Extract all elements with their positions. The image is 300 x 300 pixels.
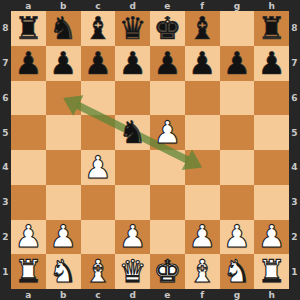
square-a1[interactable]: ♜ bbox=[11, 254, 46, 289]
square-b1[interactable]: ♞ bbox=[46, 254, 81, 289]
white-pawn-a2[interactable]: ♟ bbox=[14, 221, 42, 252]
square-b2[interactable]: ♟ bbox=[46, 220, 81, 255]
square-a5[interactable] bbox=[11, 115, 46, 150]
square-f5[interactable] bbox=[185, 115, 220, 150]
square-h8[interactable]: ♜ bbox=[254, 11, 289, 46]
black-rook-a8[interactable]: ♜ bbox=[14, 13, 42, 44]
rank-label-right-1: 1 bbox=[289, 254, 300, 289]
square-d8[interactable]: ♛ bbox=[115, 11, 150, 46]
square-b3[interactable] bbox=[46, 185, 81, 220]
square-e7[interactable]: ♟ bbox=[150, 46, 185, 81]
file-label-bottom-d: d bbox=[115, 289, 150, 300]
square-g8[interactable] bbox=[220, 11, 255, 46]
file-label-bottom-c: c bbox=[81, 289, 116, 300]
file-label-bottom-e: e bbox=[150, 289, 185, 300]
square-c1[interactable]: ♝ bbox=[81, 254, 116, 289]
rank-label-left-3: 3 bbox=[0, 185, 11, 220]
square-h1[interactable]: ♜ bbox=[254, 254, 289, 289]
square-g3[interactable] bbox=[220, 185, 255, 220]
white-queen-d1[interactable]: ♛ bbox=[119, 256, 147, 287]
square-a2[interactable]: ♟ bbox=[11, 220, 46, 255]
black-bishop-f8[interactable]: ♝ bbox=[188, 13, 216, 44]
black-rook-h8[interactable]: ♜ bbox=[258, 13, 286, 44]
rank-label-right-2: 2 bbox=[289, 220, 300, 255]
white-pawn-h2[interactable]: ♟ bbox=[258, 221, 286, 252]
square-g6[interactable] bbox=[220, 81, 255, 116]
square-h6[interactable] bbox=[254, 81, 289, 116]
square-b4[interactable] bbox=[46, 150, 81, 185]
rank-label-right-5: 5 bbox=[289, 115, 300, 150]
square-d1[interactable]: ♛ bbox=[115, 254, 150, 289]
chessboard-frame: aabbccddeeffgghh8877665544332211 ♜♞♝♛♚♝♜… bbox=[0, 0, 300, 300]
rank-label-left-1: 1 bbox=[0, 254, 11, 289]
white-knight-g1[interactable]: ♞ bbox=[223, 256, 251, 287]
white-rook-a1[interactable]: ♜ bbox=[14, 256, 42, 287]
white-bishop-f1[interactable]: ♝ bbox=[188, 256, 216, 287]
square-d5[interactable]: ♞ bbox=[115, 115, 150, 150]
square-d2[interactable]: ♟ bbox=[115, 220, 150, 255]
square-a8[interactable]: ♜ bbox=[11, 11, 46, 46]
file-label-bottom-b: b bbox=[46, 289, 81, 300]
black-king-e8[interactable]: ♚ bbox=[153, 13, 181, 44]
black-pawn-f7[interactable]: ♟ bbox=[188, 48, 216, 79]
square-a4[interactable] bbox=[11, 150, 46, 185]
white-pawn-b2[interactable]: ♟ bbox=[49, 221, 77, 252]
square-c8[interactable]: ♝ bbox=[81, 11, 116, 46]
square-f4[interactable] bbox=[185, 150, 220, 185]
black-bishop-c8[interactable]: ♝ bbox=[84, 13, 112, 44]
black-pawn-h7[interactable]: ♟ bbox=[258, 48, 286, 79]
rank-label-right-8: 8 bbox=[289, 11, 300, 46]
square-d6[interactable] bbox=[115, 81, 150, 116]
square-e8[interactable]: ♚ bbox=[150, 11, 185, 46]
rank-label-right-4: 4 bbox=[289, 150, 300, 185]
square-c4[interactable]: ♟ bbox=[81, 150, 116, 185]
square-h7[interactable]: ♟ bbox=[254, 46, 289, 81]
square-a6[interactable] bbox=[11, 81, 46, 116]
chess-board[interactable]: ♜♞♝♛♚♝♜♟♟♟♟♟♟♟♟♞♟♟♟♟♟♟♟♟♜♞♝♛♚♝♞♜ bbox=[11, 11, 289, 289]
square-f8[interactable]: ♝ bbox=[185, 11, 220, 46]
square-e4[interactable] bbox=[150, 150, 185, 185]
rank-label-right-6: 6 bbox=[289, 81, 300, 116]
square-e6[interactable] bbox=[150, 81, 185, 116]
black-pawn-d7[interactable]: ♟ bbox=[119, 48, 147, 79]
white-pawn-f2[interactable]: ♟ bbox=[188, 221, 216, 252]
square-e3[interactable] bbox=[150, 185, 185, 220]
rank-label-left-5: 5 bbox=[0, 115, 11, 150]
rank-label-left-4: 4 bbox=[0, 150, 11, 185]
square-f2[interactable]: ♟ bbox=[185, 220, 220, 255]
white-rook-h1[interactable]: ♜ bbox=[258, 256, 286, 287]
white-pawn-g2[interactable]: ♟ bbox=[223, 221, 251, 252]
black-pawn-a7[interactable]: ♟ bbox=[14, 48, 42, 79]
square-h5[interactable] bbox=[254, 115, 289, 150]
square-d7[interactable]: ♟ bbox=[115, 46, 150, 81]
square-f3[interactable] bbox=[185, 185, 220, 220]
square-g5[interactable] bbox=[220, 115, 255, 150]
square-f1[interactable]: ♝ bbox=[185, 254, 220, 289]
square-e5[interactable]: ♟ bbox=[150, 115, 185, 150]
white-pawn-d2[interactable]: ♟ bbox=[119, 221, 147, 252]
black-knight-b8[interactable]: ♞ bbox=[49, 13, 77, 44]
white-pawn-e5[interactable]: ♟ bbox=[153, 117, 181, 148]
square-b5[interactable] bbox=[46, 115, 81, 150]
square-f7[interactable]: ♟ bbox=[185, 46, 220, 81]
file-label-bottom-a: a bbox=[11, 289, 46, 300]
white-knight-b1[interactable]: ♞ bbox=[49, 256, 77, 287]
square-g1[interactable]: ♞ bbox=[220, 254, 255, 289]
square-a7[interactable]: ♟ bbox=[11, 46, 46, 81]
square-c3[interactable] bbox=[81, 185, 116, 220]
square-c6[interactable] bbox=[81, 81, 116, 116]
rank-label-left-6: 6 bbox=[0, 81, 11, 116]
square-e2[interactable] bbox=[150, 220, 185, 255]
white-king-e1[interactable]: ♚ bbox=[153, 256, 181, 287]
black-knight-d5[interactable]: ♞ bbox=[119, 117, 147, 148]
square-g2[interactable]: ♟ bbox=[220, 220, 255, 255]
black-queen-d8[interactable]: ♛ bbox=[119, 13, 147, 44]
square-h2[interactable]: ♟ bbox=[254, 220, 289, 255]
rank-label-left-8: 8 bbox=[0, 11, 11, 46]
square-g4[interactable] bbox=[220, 150, 255, 185]
black-pawn-e7[interactable]: ♟ bbox=[153, 48, 181, 79]
rank-label-left-7: 7 bbox=[0, 46, 11, 81]
rank-label-right-7: 7 bbox=[289, 46, 300, 81]
file-label-bottom-f: f bbox=[185, 289, 220, 300]
square-d3[interactable] bbox=[115, 185, 150, 220]
square-b7[interactable]: ♟ bbox=[46, 46, 81, 81]
black-pawn-g7[interactable]: ♟ bbox=[223, 48, 251, 79]
rank-label-left-2: 2 bbox=[0, 220, 11, 255]
square-h4[interactable] bbox=[254, 150, 289, 185]
square-c2[interactable] bbox=[81, 220, 116, 255]
white-pawn-c4[interactable]: ♟ bbox=[84, 152, 112, 183]
rank-label-right-3: 3 bbox=[289, 185, 300, 220]
square-h3[interactable] bbox=[254, 185, 289, 220]
black-pawn-b7[interactable]: ♟ bbox=[49, 48, 77, 79]
square-c7[interactable]: ♟ bbox=[81, 46, 116, 81]
square-c5[interactable] bbox=[81, 115, 116, 150]
black-pawn-c7[interactable]: ♟ bbox=[84, 48, 112, 79]
file-label-bottom-g: g bbox=[220, 289, 255, 300]
white-bishop-c1[interactable]: ♝ bbox=[84, 256, 112, 287]
square-f6[interactable] bbox=[185, 81, 220, 116]
square-g7[interactable]: ♟ bbox=[220, 46, 255, 81]
square-b8[interactable]: ♞ bbox=[46, 11, 81, 46]
square-a3[interactable] bbox=[11, 185, 46, 220]
square-d4[interactable] bbox=[115, 150, 150, 185]
square-e1[interactable]: ♚ bbox=[150, 254, 185, 289]
file-label-bottom-h: h bbox=[254, 289, 289, 300]
square-b6[interactable] bbox=[46, 81, 81, 116]
file-label-top-g: g bbox=[220, 0, 255, 11]
